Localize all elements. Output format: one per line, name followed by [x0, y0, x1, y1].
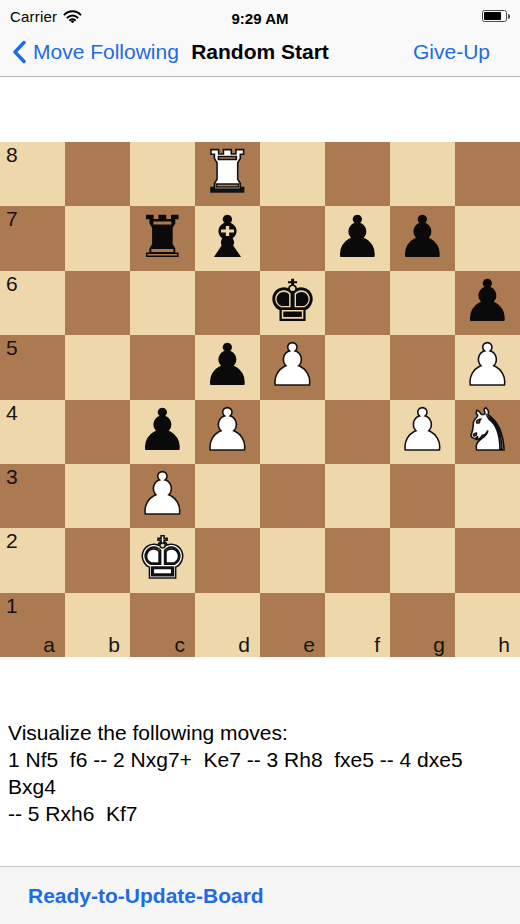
square-c8[interactable]	[130, 142, 195, 206]
square-g4[interactable]: ♟	[390, 400, 455, 464]
square-h2[interactable]	[455, 528, 520, 592]
square-e4[interactable]	[260, 400, 325, 464]
square-c6[interactable]	[130, 271, 195, 335]
square-a4[interactable]: 4	[0, 400, 65, 464]
status-time: 9:29 AM	[0, 6, 520, 27]
moves-heading: Visualize the following moves:	[8, 719, 514, 746]
square-a5[interactable]: 5	[0, 335, 65, 399]
square-b6[interactable]	[65, 271, 130, 335]
black-pawn[interactable]: ♟	[397, 208, 449, 266]
square-d7[interactable]: ♝	[195, 206, 260, 270]
square-h3[interactable]	[455, 464, 520, 528]
square-h8[interactable]	[455, 142, 520, 206]
rank-label: 6	[6, 272, 18, 295]
square-f7[interactable]: ♟	[325, 206, 390, 270]
app-screen: Carrier 9:29 AM Move Following	[0, 0, 520, 924]
black-king[interactable]: ♚	[267, 272, 319, 330]
file-label: e	[303, 632, 315, 657]
square-b4[interactable]	[65, 400, 130, 464]
file-label: h	[498, 632, 510, 657]
square-e5[interactable]: ♟	[260, 335, 325, 399]
white-king[interactable]: ♚	[137, 529, 189, 587]
square-b3[interactable]	[65, 464, 130, 528]
square-c7[interactable]: ♜	[130, 206, 195, 270]
white-pawn[interactable]: ♟	[202, 401, 254, 459]
square-e8[interactable]	[260, 142, 325, 206]
top-chrome: Carrier 9:29 AM Move Following	[0, 0, 520, 77]
square-b8[interactable]	[65, 142, 130, 206]
square-b7[interactable]	[65, 206, 130, 270]
square-c1[interactable]: c	[130, 593, 195, 657]
rank-label: 2	[6, 529, 18, 552]
moves-line-1: 1 Nf5 f6 -- 2 Nxg7+ Ke7 -- 3 Rh8 fxe5 --…	[8, 746, 514, 800]
square-h7[interactable]	[455, 206, 520, 270]
white-knight[interactable]: ♞	[462, 401, 514, 459]
square-f3[interactable]	[325, 464, 390, 528]
status-bar: Carrier 9:29 AM	[0, 0, 520, 28]
square-d8[interactable]: ♜	[195, 142, 260, 206]
square-g3[interactable]	[390, 464, 455, 528]
square-g1[interactable]: g	[390, 593, 455, 657]
moves-block: Visualize the following moves: 1 Nf5 f6 …	[8, 719, 514, 827]
moves-line-2: -- 5 Rxh6 Kf7	[8, 800, 514, 827]
rank-label: 3	[6, 465, 18, 488]
square-h5[interactable]: ♟	[455, 335, 520, 399]
file-label: c	[175, 632, 186, 657]
black-pawn[interactable]: ♟	[202, 336, 254, 394]
rank-label: 8	[6, 143, 18, 166]
square-a8[interactable]: 8	[0, 142, 65, 206]
square-a3[interactable]: 3	[0, 464, 65, 528]
square-c3[interactable]: ♟	[130, 464, 195, 528]
square-a1[interactable]: 1a	[0, 593, 65, 657]
square-a6[interactable]: 6	[0, 271, 65, 335]
square-c5[interactable]	[130, 335, 195, 399]
square-h4[interactable]: ♞	[455, 400, 520, 464]
square-b2[interactable]	[65, 528, 130, 592]
black-pawn[interactable]: ♟	[462, 272, 514, 330]
white-pawn[interactable]: ♟	[462, 336, 514, 394]
footer-bar: Ready-to-Update-Board	[0, 866, 520, 924]
back-button[interactable]: Move Following	[12, 40, 179, 64]
square-e2[interactable]	[260, 528, 325, 592]
square-a2[interactable]: 2	[0, 528, 65, 592]
square-a7[interactable]: 7	[0, 206, 65, 270]
square-d1[interactable]: d	[195, 593, 260, 657]
square-h1[interactable]: h	[455, 593, 520, 657]
square-b1[interactable]: b	[65, 593, 130, 657]
rank-label: 4	[6, 401, 18, 424]
square-d3[interactable]	[195, 464, 260, 528]
square-d5[interactable]: ♟	[195, 335, 260, 399]
square-e6[interactable]: ♚	[260, 271, 325, 335]
square-d4[interactable]: ♟	[195, 400, 260, 464]
square-g2[interactable]	[390, 528, 455, 592]
square-g7[interactable]: ♟	[390, 206, 455, 270]
file-label: a	[43, 632, 55, 657]
black-bishop[interactable]: ♝	[202, 208, 254, 266]
square-f5[interactable]	[325, 335, 390, 399]
square-f4[interactable]	[325, 400, 390, 464]
white-pawn[interactable]: ♟	[137, 465, 189, 523]
back-chevron-icon	[12, 40, 26, 64]
give-up-button[interactable]: Give-Up	[413, 40, 490, 64]
square-e3[interactable]	[260, 464, 325, 528]
square-g5[interactable]	[390, 335, 455, 399]
rank-label: 1	[6, 594, 18, 617]
file-label: f	[374, 632, 380, 657]
ready-to-update-board-button[interactable]: Ready-to-Update-Board	[28, 884, 264, 908]
white-pawn[interactable]: ♟	[267, 336, 319, 394]
square-f8[interactable]	[325, 142, 390, 206]
white-rook[interactable]: ♜	[202, 143, 254, 201]
file-label: d	[238, 632, 250, 657]
square-c4[interactable]: ♟	[130, 400, 195, 464]
square-f2[interactable]	[325, 528, 390, 592]
rank-label: 7	[6, 207, 18, 230]
black-pawn[interactable]: ♟	[137, 401, 189, 459]
square-e7[interactable]	[260, 206, 325, 270]
square-e1[interactable]: e	[260, 593, 325, 657]
square-d6[interactable]	[195, 271, 260, 335]
file-label: b	[108, 632, 120, 657]
black-pawn[interactable]: ♟	[332, 208, 384, 266]
square-b5[interactable]	[65, 335, 130, 399]
black-rook[interactable]: ♜	[137, 208, 189, 266]
square-f1[interactable]: f	[325, 593, 390, 657]
square-c2[interactable]: ♚	[130, 528, 195, 592]
navigation-bar: Move Following Random Start Give-Up	[0, 28, 520, 76]
back-button-label: Move Following	[33, 40, 179, 64]
file-label: g	[433, 632, 445, 657]
rank-label: 5	[6, 336, 18, 359]
square-g8[interactable]	[390, 142, 455, 206]
square-h6[interactable]: ♟	[455, 271, 520, 335]
white-pawn[interactable]: ♟	[397, 401, 449, 459]
square-f6[interactable]	[325, 271, 390, 335]
square-g6[interactable]	[390, 271, 455, 335]
square-d2[interactable]	[195, 528, 260, 592]
chess-board: 8♜7♜♝♟♟6♚♟5♟♟♟4♟♟♟♞3♟2♚1abcdefgh	[0, 142, 520, 657]
